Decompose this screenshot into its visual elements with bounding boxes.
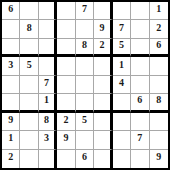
cell-r6c5[interactable] [76,94,94,112]
cell-r4c3[interactable] [39,57,57,75]
cell-r9c3[interactable] [39,150,57,168]
cell-r6c4[interactable] [57,94,75,112]
cell-digit: 1 [156,4,161,14]
cell-digit: 2 [8,152,13,162]
cell-r9c7[interactable] [113,150,131,168]
cell-digit: 9 [156,152,161,162]
cell-r2c2[interactable]: 8 [20,20,38,38]
cell-r9c9[interactable]: 9 [150,150,168,168]
cell-r5c5[interactable] [76,76,94,94]
cell-r7c9[interactable] [150,113,168,131]
cell-r1c6[interactable] [94,2,112,20]
cell-r7c7[interactable] [113,113,131,131]
cell-r8c6[interactable] [94,131,112,149]
cell-digit: 2 [99,40,104,50]
cell-r6c2[interactable] [20,94,38,112]
cell-r1c9[interactable]: 1 [150,2,168,20]
cell-r2c7[interactable]: 7 [113,20,131,38]
cell-r7c1[interactable]: 9 [2,113,20,131]
cell-r1c4[interactable] [57,2,75,20]
cell-r3c5[interactable]: 8 [76,39,94,57]
cell-r8c5[interactable] [76,131,94,149]
cell-r7c4[interactable]: 2 [57,113,75,131]
cell-r1c1[interactable]: 6 [2,2,20,20]
cell-r4c9[interactable] [150,57,168,75]
cell-r7c6[interactable] [94,113,112,131]
cell-r7c5[interactable]: 5 [76,113,94,131]
cell-digit: 6 [82,152,87,162]
cell-digit: 5 [119,40,124,50]
cell-r1c7[interactable] [113,2,131,20]
cell-r6c6[interactable] [94,94,112,112]
cell-r9c2[interactable] [20,150,38,168]
cell-r2c3[interactable] [39,20,57,38]
cell-r6c3[interactable]: 1 [39,94,57,112]
cell-r6c7[interactable] [113,94,131,112]
cell-r8c9[interactable] [150,131,168,149]
cell-r1c5[interactable]: 7 [76,2,94,20]
cell-digit: 2 [64,115,69,125]
cell-r8c4[interactable]: 9 [57,131,75,149]
cell-digit: 9 [8,115,13,125]
cell-r9c4[interactable] [57,150,75,168]
cell-r2c6[interactable]: 9 [94,20,112,38]
cell-r5c1[interactable] [2,76,20,94]
cell-r2c9[interactable]: 2 [150,20,168,38]
cell-r8c7[interactable] [113,131,131,149]
cell-r8c8[interactable]: 7 [131,131,149,149]
cell-r7c3[interactable]: 8 [39,113,57,131]
cell-r4c6[interactable] [94,57,112,75]
cell-digit: 8 [156,95,161,105]
sudoku-board: 671897282563517416898251397269 [0,0,170,170]
cell-r9c8[interactable] [131,150,149,168]
cell-r6c9[interactable]: 8 [150,94,168,112]
cell-r1c3[interactable] [39,2,57,20]
cell-r4c8[interactable] [131,57,149,75]
cell-digit: 4 [119,78,124,88]
cell-r6c1[interactable] [2,94,20,112]
cell-digit: 8 [44,115,49,125]
cell-r1c8[interactable] [131,2,149,20]
cell-digit: 6 [137,95,142,105]
cell-r2c8[interactable] [131,20,149,38]
cell-digit: 7 [44,78,49,88]
cell-digit: 5 [82,115,87,125]
cell-r7c2[interactable] [20,113,38,131]
cell-r9c6[interactable] [94,150,112,168]
cell-r2c5[interactable] [76,20,94,38]
cell-r2c4[interactable] [57,20,75,38]
cell-digit: 3 [8,60,13,70]
cell-r3c6[interactable]: 2 [94,39,112,57]
cell-digit: 6 [8,4,13,14]
cell-digit: 1 [44,95,49,105]
cell-r5c2[interactable] [20,76,38,94]
cell-digit: 9 [99,23,104,33]
cell-r3c1[interactable] [2,39,20,57]
cell-r7c8[interactable] [131,113,149,131]
cell-r5c4[interactable] [57,76,75,94]
cell-r4c5[interactable] [76,57,94,75]
cell-digit: 9 [64,133,69,143]
cell-r5c8[interactable] [131,76,149,94]
cell-digit: 7 [119,23,124,33]
cell-digit: 7 [137,133,142,143]
cell-digit: 1 [8,133,13,143]
cell-r3c3[interactable] [39,39,57,57]
cell-r3c4[interactable] [57,39,75,57]
cell-digit: 6 [156,40,161,50]
cell-r8c1[interactable]: 1 [2,131,20,149]
cell-r4c4[interactable] [57,57,75,75]
cell-r1c2[interactable] [20,2,38,20]
cell-r5c7[interactable]: 4 [113,76,131,94]
cell-digit: 7 [82,4,87,14]
cell-r8c2[interactable] [20,131,38,149]
cell-r5c9[interactable] [150,76,168,94]
cell-digit: 8 [27,23,32,33]
cell-r4c7[interactable]: 1 [113,57,131,75]
cell-r8c3[interactable]: 3 [39,131,57,149]
cell-r6c8[interactable]: 6 [131,94,149,112]
cell-digit: 2 [156,23,161,33]
cell-r2c1[interactable] [2,20,20,38]
cell-digit: 3 [44,133,49,143]
cell-r3c2[interactable] [20,39,38,57]
cell-digit: 5 [27,60,32,70]
cell-r4c1[interactable]: 3 [2,57,20,75]
cell-r5c3[interactable]: 7 [39,76,57,94]
cell-digit: 8 [82,40,87,50]
cell-r5c6[interactable] [94,76,112,94]
cell-r4c2[interactable]: 5 [20,57,38,75]
cell-r3c8[interactable] [131,39,149,57]
cell-r9c1[interactable]: 2 [2,150,20,168]
cell-r3c7[interactable]: 5 [113,39,131,57]
cell-digit: 1 [119,60,124,70]
cell-r9c5[interactable]: 6 [76,150,94,168]
cell-r3c9[interactable]: 6 [150,39,168,57]
